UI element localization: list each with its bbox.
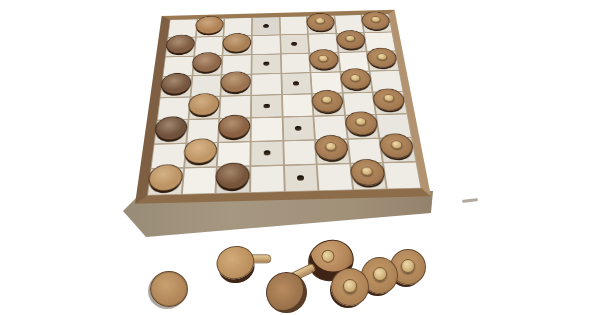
peg-nub bbox=[390, 140, 403, 149]
peg-piece[interactable] bbox=[335, 30, 366, 50]
flat-piece[interactable] bbox=[147, 164, 184, 192]
board-square[interactable] bbox=[381, 138, 416, 162]
board-grid bbox=[147, 14, 421, 196]
checkers-board bbox=[135, 10, 431, 204]
peg-hole bbox=[297, 175, 304, 181]
peg-piece[interactable] bbox=[308, 49, 339, 70]
board-square[interactable] bbox=[252, 54, 280, 74]
flat-piece[interactable] bbox=[195, 16, 224, 35]
loose-disc bbox=[213, 242, 258, 283]
peg-nub bbox=[350, 74, 361, 81]
flat-piece[interactable] bbox=[222, 33, 251, 53]
board-square[interactable] bbox=[222, 75, 251, 96]
board-square[interactable] bbox=[337, 33, 366, 51]
board-square[interactable] bbox=[161, 77, 191, 98]
peg-nub bbox=[319, 248, 335, 264]
board-square[interactable] bbox=[318, 164, 352, 190]
board-square[interactable] bbox=[284, 140, 316, 164]
board-square[interactable] bbox=[155, 120, 187, 143]
peg-hole bbox=[263, 151, 270, 156]
flat-piece[interactable] bbox=[153, 116, 188, 140]
board-square[interactable] bbox=[251, 166, 283, 192]
peg-nub bbox=[361, 166, 374, 175]
peg-piece[interactable] bbox=[372, 88, 407, 111]
peg-nub bbox=[318, 55, 329, 62]
photo-scene bbox=[0, 0, 600, 315]
peg-nub bbox=[355, 117, 367, 125]
peg-nub bbox=[373, 267, 387, 281]
peg-hole bbox=[263, 24, 269, 28]
shadow-mark bbox=[462, 198, 478, 203]
board-square[interactable] bbox=[224, 36, 251, 55]
loose-piece-3-facing-peg[interactable] bbox=[266, 272, 307, 313]
flat-piece[interactable] bbox=[215, 162, 250, 189]
board-square[interactable] bbox=[251, 141, 282, 165]
board-square[interactable] bbox=[308, 16, 336, 34]
flat-piece[interactable] bbox=[188, 93, 221, 116]
loose-disc bbox=[266, 272, 307, 313]
board-square[interactable] bbox=[252, 74, 281, 95]
peg-nub bbox=[345, 35, 356, 42]
board-square[interactable] bbox=[316, 139, 349, 163]
board-square[interactable] bbox=[193, 56, 222, 76]
board-square[interactable] bbox=[374, 92, 407, 114]
board-square[interactable] bbox=[252, 35, 279, 54]
board-square[interactable] bbox=[313, 94, 344, 116]
flat-piece[interactable] bbox=[165, 34, 196, 54]
board-square[interactable] bbox=[282, 94, 312, 116]
peg-hole bbox=[293, 81, 299, 85]
board-square[interactable] bbox=[351, 164, 386, 190]
peg-piece[interactable] bbox=[344, 111, 379, 135]
flat-piece[interactable] bbox=[192, 52, 223, 73]
loose-piece-1-flat-up[interactable] bbox=[150, 271, 188, 309]
peg-piece[interactable] bbox=[311, 90, 344, 113]
peg-hole bbox=[295, 126, 302, 131]
loose-piece-2-side-peg[interactable] bbox=[213, 242, 259, 288]
board-square[interactable] bbox=[148, 169, 183, 195]
board-square[interactable] bbox=[252, 118, 282, 141]
board-square[interactable] bbox=[189, 97, 220, 119]
peg-piece[interactable] bbox=[366, 48, 399, 69]
board-square[interactable] bbox=[346, 115, 379, 138]
board-3d-wrapper bbox=[135, 10, 431, 204]
peg-nub bbox=[343, 279, 357, 293]
peg-piece[interactable] bbox=[314, 135, 349, 161]
board-square[interactable] bbox=[384, 163, 420, 189]
loose-disc bbox=[150, 271, 188, 307]
peg-hole bbox=[263, 62, 269, 66]
loose-piece-5-pegup[interactable] bbox=[331, 268, 369, 306]
peg-piece[interactable] bbox=[360, 11, 391, 30]
board-square[interactable] bbox=[281, 35, 309, 53]
board-square[interactable] bbox=[283, 117, 314, 140]
peg-nub bbox=[370, 16, 381, 22]
board-square[interactable] bbox=[182, 168, 216, 194]
peg-nub bbox=[322, 96, 333, 104]
board-square[interactable] bbox=[282, 73, 311, 94]
board-square[interactable] bbox=[341, 72, 372, 93]
flat-piece[interactable] bbox=[183, 138, 218, 164]
board-square[interactable] bbox=[310, 53, 339, 72]
peg-nub bbox=[383, 94, 395, 102]
board-square[interactable] bbox=[252, 95, 282, 117]
board-square[interactable] bbox=[217, 167, 250, 193]
board-square[interactable] bbox=[280, 17, 307, 35]
board-square[interactable] bbox=[285, 165, 318, 191]
board-square[interactable] bbox=[166, 38, 195, 57]
board-square[interactable] bbox=[253, 17, 279, 35]
peg-nub bbox=[315, 18, 325, 24]
peg-hole bbox=[263, 104, 269, 109]
loose-disc bbox=[331, 268, 369, 306]
peg-piece[interactable] bbox=[306, 13, 335, 32]
board-square[interactable] bbox=[281, 53, 309, 72]
board-square[interactable] bbox=[196, 19, 223, 37]
flat-piece[interactable] bbox=[220, 71, 251, 93]
board-square[interactable] bbox=[219, 118, 250, 141]
flat-piece[interactable] bbox=[218, 114, 251, 138]
peg-piece[interactable] bbox=[378, 133, 415, 159]
peg-nub bbox=[376, 53, 387, 60]
peg-piece[interactable] bbox=[349, 159, 386, 186]
peg-nub bbox=[325, 142, 337, 151]
board-square[interactable] bbox=[368, 51, 399, 70]
board-square[interactable] bbox=[362, 14, 391, 32]
peg-nub bbox=[401, 259, 415, 273]
peg-hole bbox=[291, 42, 297, 46]
peg-piece[interactable] bbox=[339, 68, 372, 90]
board-square[interactable] bbox=[185, 143, 218, 167]
